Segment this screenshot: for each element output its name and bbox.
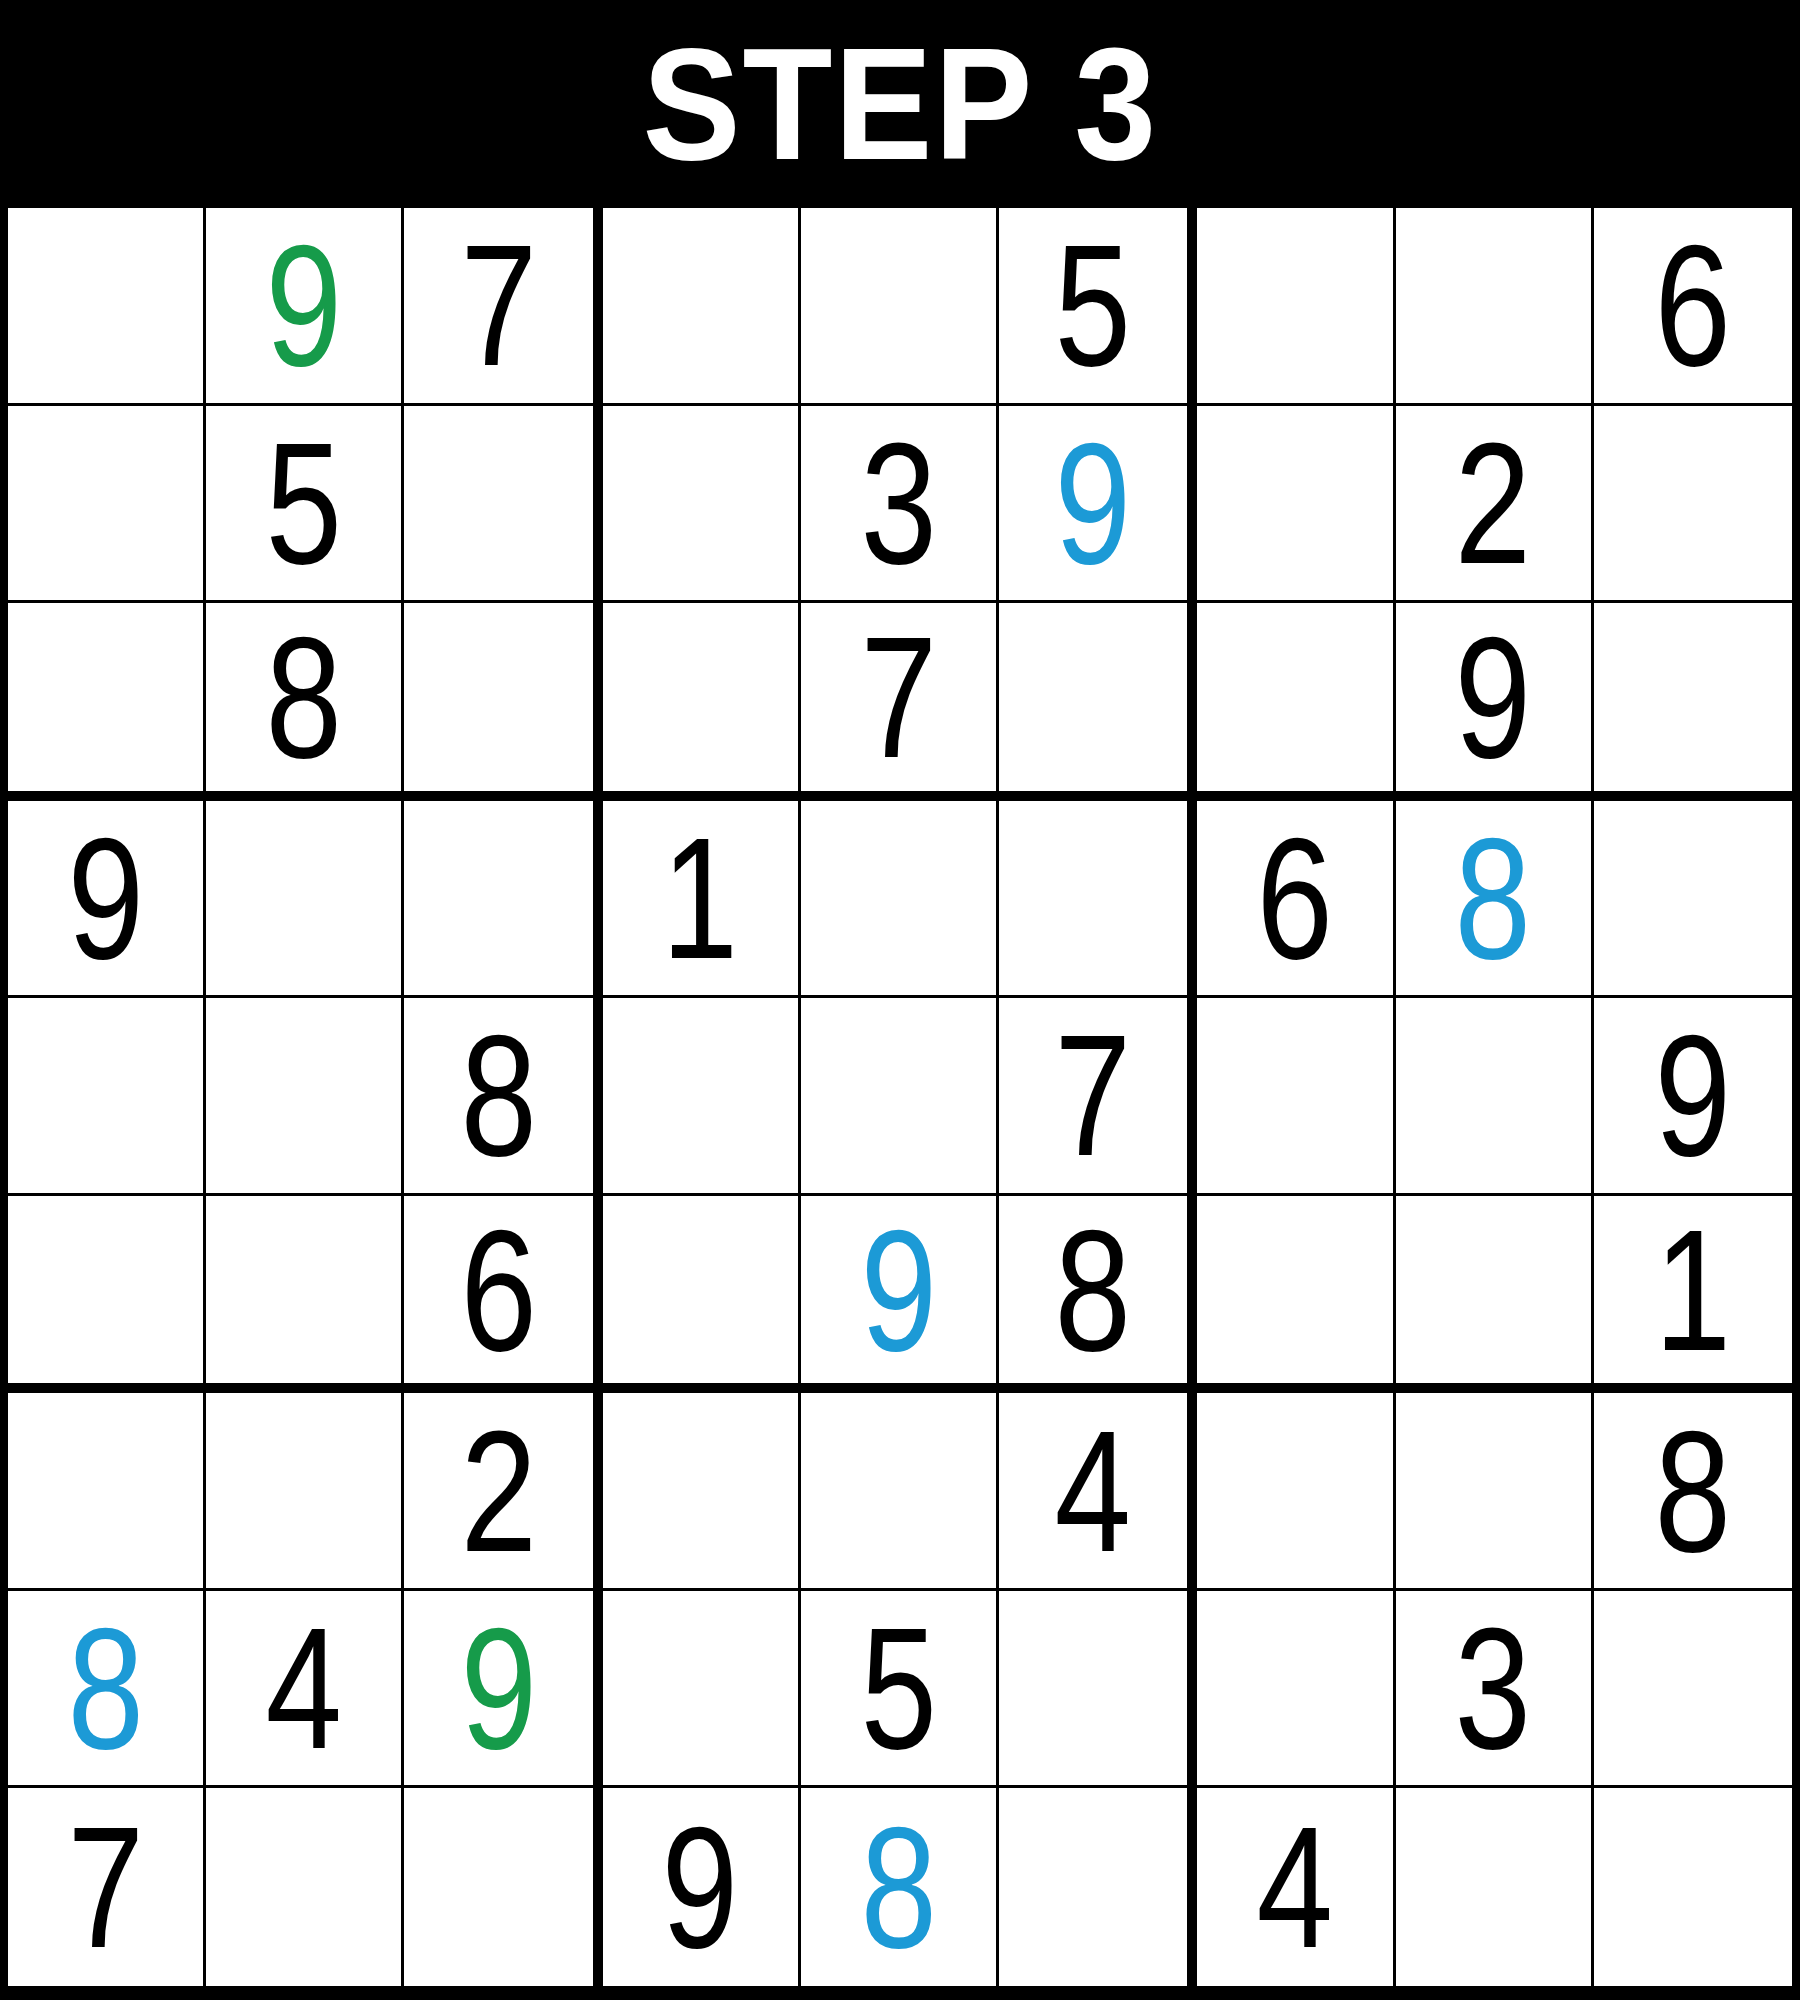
- cell-r1c8[interactable]: [1396, 208, 1594, 406]
- digit-black-3: 3: [1455, 1602, 1532, 1774]
- digit-black-1: 1: [662, 812, 739, 984]
- digit-black-9: 9: [1455, 611, 1532, 783]
- cell-r6c6[interactable]: 8: [999, 1196, 1197, 1394]
- digit-black-7: 7: [860, 611, 937, 783]
- digit-black-1: 1: [1655, 1204, 1732, 1376]
- cell-r8c2[interactable]: 4: [206, 1591, 404, 1789]
- digit-blue-8: 8: [860, 1801, 937, 1973]
- digit-black-9: 9: [1655, 1009, 1732, 1181]
- cell-r2c5[interactable]: 3: [801, 406, 999, 604]
- cell-r4c2[interactable]: [206, 801, 404, 999]
- cell-r8c5[interactable]: 5: [801, 1591, 999, 1789]
- cell-r6c3[interactable]: 6: [404, 1196, 602, 1394]
- cell-r9c4[interactable]: 9: [603, 1788, 801, 1986]
- cell-r7c1[interactable]: [8, 1393, 206, 1591]
- digit-black-6: 6: [460, 1204, 537, 1376]
- cell-r4c3[interactable]: [404, 801, 602, 999]
- cell-r7c6[interactable]: 4: [999, 1393, 1197, 1591]
- cell-r5c4[interactable]: [603, 998, 801, 1196]
- cell-r4c8[interactable]: 8: [1396, 801, 1594, 999]
- cell-r1c5[interactable]: [801, 208, 999, 406]
- cell-r8c8[interactable]: 3: [1396, 1591, 1594, 1789]
- cell-r1c7[interactable]: [1197, 208, 1395, 406]
- cell-r9c8[interactable]: [1396, 1788, 1594, 1986]
- cell-r6c1[interactable]: [8, 1196, 206, 1394]
- cell-r3c9[interactable]: [1594, 603, 1792, 801]
- cell-r9c9[interactable]: [1594, 1788, 1792, 1986]
- digit-black-5: 5: [860, 1602, 937, 1774]
- cell-r6c9[interactable]: 1: [1594, 1196, 1792, 1394]
- cell-r6c8[interactable]: [1396, 1196, 1594, 1394]
- cell-r5c7[interactable]: [1197, 998, 1395, 1196]
- cell-r4c4[interactable]: 1: [603, 801, 801, 999]
- cell-r9c2[interactable]: [206, 1788, 404, 1986]
- cell-r8c6[interactable]: [999, 1591, 1197, 1789]
- cell-r1c9[interactable]: 6: [1594, 208, 1792, 406]
- cell-r2c2[interactable]: 5: [206, 406, 404, 604]
- digit-black-7: 7: [1055, 1009, 1132, 1181]
- cell-r5c2[interactable]: [206, 998, 404, 1196]
- cell-r2c9[interactable]: [1594, 406, 1792, 604]
- cell-r4c9[interactable]: [1594, 801, 1792, 999]
- digit-black-8: 8: [1655, 1405, 1732, 1577]
- cell-r7c8[interactable]: [1396, 1393, 1594, 1591]
- cell-r7c2[interactable]: [206, 1393, 404, 1591]
- step-title: STEP 3: [642, 24, 1158, 184]
- cell-r5c9[interactable]: 9: [1594, 998, 1792, 1196]
- cell-r7c3[interactable]: 2: [404, 1393, 602, 1591]
- cell-r8c4[interactable]: [603, 1591, 801, 1789]
- digit-blue-9: 9: [860, 1204, 937, 1376]
- cell-r6c5[interactable]: 9: [801, 1196, 999, 1394]
- digit-blue-8: 8: [1455, 812, 1532, 984]
- cell-r3c6[interactable]: [999, 603, 1197, 801]
- digit-black-6: 6: [1655, 219, 1732, 391]
- digit-black-9: 9: [67, 812, 144, 984]
- cell-r2c8[interactable]: 2: [1396, 406, 1594, 604]
- cell-r5c1[interactable]: [8, 998, 206, 1196]
- sudoku-grid: 9756539287991688796981248849537984: [8, 208, 1792, 1986]
- cell-r7c5[interactable]: [801, 1393, 999, 1591]
- digit-blue-8: 8: [67, 1602, 144, 1774]
- cell-r3c3[interactable]: [404, 603, 602, 801]
- cell-r9c1[interactable]: 7: [8, 1788, 206, 1986]
- digit-black-4: 4: [1257, 1801, 1334, 1973]
- cell-r3c8[interactable]: 9: [1396, 603, 1594, 801]
- cell-r1c6[interactable]: 5: [999, 208, 1197, 406]
- cell-r5c3[interactable]: 8: [404, 998, 602, 1196]
- digit-green-9: 9: [460, 1602, 537, 1774]
- cell-r2c7[interactable]: [1197, 406, 1395, 604]
- cell-r6c7[interactable]: [1197, 1196, 1395, 1394]
- cell-r8c9[interactable]: [1594, 1591, 1792, 1789]
- cell-r4c7[interactable]: 6: [1197, 801, 1395, 999]
- digit-blue-9: 9: [1055, 417, 1132, 589]
- digit-green-9: 9: [266, 219, 343, 391]
- cell-r8c7[interactable]: [1197, 1591, 1395, 1789]
- digit-black-2: 2: [1455, 417, 1532, 589]
- cell-r2c4[interactable]: [603, 406, 801, 604]
- cell-r5c8[interactable]: [1396, 998, 1594, 1196]
- cell-r3c4[interactable]: [603, 603, 801, 801]
- cell-r1c4[interactable]: [603, 208, 801, 406]
- cell-r9c3[interactable]: [404, 1788, 602, 1986]
- digit-black-8: 8: [266, 611, 343, 783]
- cell-r8c3[interactable]: 9: [404, 1591, 602, 1789]
- cell-r9c7[interactable]: 4: [1197, 1788, 1395, 1986]
- cell-r2c1[interactable]: [8, 406, 206, 604]
- cell-r6c4[interactable]: [603, 1196, 801, 1394]
- cell-r9c5[interactable]: 8: [801, 1788, 999, 1986]
- cell-r5c6[interactable]: 7: [999, 998, 1197, 1196]
- cell-r9c6[interactable]: [999, 1788, 1197, 1986]
- digit-black-3: 3: [860, 417, 937, 589]
- digit-black-5: 5: [1055, 219, 1132, 391]
- digit-black-2: 2: [460, 1405, 537, 1577]
- cell-r7c7[interactable]: [1197, 1393, 1395, 1591]
- cell-r2c3[interactable]: [404, 406, 602, 604]
- digit-black-9: 9: [662, 1801, 739, 1973]
- cell-r2c6[interactable]: 9: [999, 406, 1197, 604]
- digit-black-7: 7: [67, 1801, 144, 1973]
- cell-r4c6[interactable]: [999, 801, 1197, 999]
- cell-r5c5[interactable]: [801, 998, 999, 1196]
- cell-r1c3[interactable]: 7: [404, 208, 602, 406]
- cell-r3c1[interactable]: [8, 603, 206, 801]
- cell-r3c2[interactable]: 8: [206, 603, 404, 801]
- step-header: STEP 3: [0, 0, 1800, 208]
- digit-black-4: 4: [1055, 1405, 1132, 1577]
- cell-r3c5[interactable]: 7: [801, 603, 999, 801]
- cell-r7c9[interactable]: 8: [1594, 1393, 1792, 1591]
- cell-r7c4[interactable]: [603, 1393, 801, 1591]
- cell-r6c2[interactable]: [206, 1196, 404, 1394]
- cell-r3c7[interactable]: [1197, 603, 1395, 801]
- cell-r1c1[interactable]: [8, 208, 206, 406]
- digit-black-8: 8: [1055, 1204, 1132, 1376]
- cell-r1c2[interactable]: 9: [206, 208, 404, 406]
- sudoku-board: 9756539287991688796981248849537984: [0, 208, 1800, 2000]
- cell-r4c1[interactable]: 9: [8, 801, 206, 999]
- cell-r8c1[interactable]: 8: [8, 1591, 206, 1789]
- digit-black-7: 7: [460, 219, 537, 391]
- digit-black-5: 5: [266, 417, 343, 589]
- digit-black-4: 4: [266, 1602, 343, 1774]
- digit-black-8: 8: [460, 1009, 537, 1181]
- digit-black-6: 6: [1257, 812, 1334, 984]
- cell-r4c5[interactable]: [801, 801, 999, 999]
